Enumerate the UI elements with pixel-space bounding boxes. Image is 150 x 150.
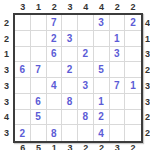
cell-r8c1[interactable]: 2 (15, 125, 31, 141)
clue-bottom-1: 6 (15, 143, 31, 150)
cell-r6c3[interactable] (47, 94, 63, 110)
cell-r4c2[interactable]: 7 (31, 62, 47, 78)
cell-r7c4[interactable] (62, 110, 78, 126)
cell-r6c8[interactable] (125, 94, 141, 110)
board: 73223162367254371681582284 (13, 13, 143, 143)
cell-r4c8[interactable] (125, 62, 141, 78)
clue-right-4: 2 (143, 62, 150, 78)
cell-r8c8[interactable] (125, 125, 141, 141)
cell-r1c5[interactable] (78, 15, 94, 31)
cell-r1c3[interactable]: 7 (47, 15, 63, 31)
skyscrapers-puzzle: 31234422 22133343 7322316236725437168158… (0, 0, 150, 150)
clue-left-2: 2 (0, 31, 13, 47)
clue-left-3: 1 (0, 47, 13, 63)
cell-r8c5[interactable] (78, 125, 94, 141)
clue-right-3: 3 (143, 47, 150, 63)
cell-r5c8[interactable]: 1 (125, 78, 141, 94)
cell-r3c4[interactable] (62, 47, 78, 63)
clue-top-2: 1 (31, 0, 47, 13)
cell-r3c7[interactable]: 3 (110, 47, 126, 63)
cell-r5c4[interactable] (62, 78, 78, 94)
cell-r8c2[interactable] (31, 125, 47, 141)
clue-left-8: 3 (0, 125, 13, 141)
cell-r6c5[interactable] (78, 94, 94, 110)
cell-r5c2[interactable] (31, 78, 47, 94)
cell-r7c6[interactable]: 2 (94, 110, 110, 126)
right-clues: 41323322 (143, 13, 150, 143)
cell-r2c7[interactable]: 1 (110, 31, 126, 47)
clue-top-7: 2 (110, 0, 126, 13)
cell-r2c8[interactable] (125, 31, 141, 47)
cell-r3c1[interactable] (15, 47, 31, 63)
clue-left-1: 2 (0, 15, 13, 31)
clue-right-5: 3 (143, 78, 150, 94)
clue-top-8: 2 (125, 0, 141, 13)
cell-r8c3[interactable]: 8 (47, 125, 63, 141)
cell-r3c5[interactable]: 2 (78, 47, 94, 63)
cell-r1c6[interactable]: 3 (94, 15, 110, 31)
cell-r8c7[interactable] (110, 125, 126, 141)
clue-bottom-2: 5 (31, 143, 47, 150)
clue-right-7: 2 (143, 110, 150, 126)
cell-r3c6[interactable] (94, 47, 110, 63)
cell-r5c1[interactable] (15, 78, 31, 94)
cell-r5c3[interactable]: 4 (47, 78, 63, 94)
cell-r7c1[interactable] (15, 110, 31, 126)
cell-r8c6[interactable]: 4 (94, 125, 110, 141)
clue-bottom-8: 2 (125, 143, 141, 150)
clue-left-6: 3 (0, 94, 13, 110)
clue-right-8: 2 (143, 125, 150, 141)
left-clues: 22133343 (0, 13, 13, 143)
cell-r4c3[interactable] (47, 62, 63, 78)
clue-top-1: 3 (15, 0, 31, 13)
cell-r2c1[interactable] (15, 31, 31, 47)
cell-r4c5[interactable] (78, 62, 94, 78)
cell-r1c4[interactable] (62, 15, 78, 31)
cell-r1c1[interactable] (15, 15, 31, 31)
cell-r3c2[interactable] (31, 47, 47, 63)
cell-r6c1[interactable] (15, 94, 31, 110)
cell-r6c4[interactable]: 8 (62, 94, 78, 110)
clue-right-2: 1 (143, 31, 150, 47)
clue-right-6: 3 (143, 94, 150, 110)
cell-r4c7[interactable] (110, 62, 126, 78)
cell-r7c3[interactable] (47, 110, 63, 126)
cell-r8c4[interactable] (62, 125, 78, 141)
clue-bottom-3: 1 (47, 143, 63, 150)
cell-r2c5[interactable] (78, 31, 94, 47)
cell-r3c8[interactable] (125, 47, 141, 63)
cell-r2c3[interactable]: 2 (47, 31, 63, 47)
cell-r1c7[interactable] (110, 15, 126, 31)
clue-top-6: 4 (94, 0, 110, 13)
cell-r7c5[interactable]: 8 (78, 110, 94, 126)
clue-left-7: 4 (0, 110, 13, 126)
cell-r5c5[interactable]: 3 (78, 78, 94, 94)
clue-bottom-4: 3 (62, 143, 78, 150)
cell-r4c6[interactable]: 5 (94, 62, 110, 78)
clue-bottom-5: 2 (78, 143, 94, 150)
cell-r5c7[interactable]: 7 (110, 78, 126, 94)
clue-top-5: 4 (78, 0, 94, 13)
cell-r6c2[interactable]: 6 (31, 94, 47, 110)
clue-left-4: 3 (0, 62, 13, 78)
clue-bottom-7: 3 (110, 143, 126, 150)
cell-r2c4[interactable]: 3 (62, 31, 78, 47)
cell-r6c6[interactable]: 1 (94, 94, 110, 110)
cell-r3c3[interactable]: 6 (47, 47, 63, 63)
cell-r7c2[interactable]: 5 (31, 110, 47, 126)
clue-right-1: 4 (143, 15, 150, 31)
cell-r7c7[interactable] (110, 110, 126, 126)
clue-bottom-6: 2 (94, 143, 110, 150)
cell-r4c1[interactable]: 6 (15, 62, 31, 78)
cell-r1c2[interactable] (31, 15, 47, 31)
bottom-clues: 65132232 (13, 143, 143, 150)
cell-r6c7[interactable] (110, 94, 126, 110)
cell-r4c4[interactable]: 2 (62, 62, 78, 78)
top-clues: 31234422 (13, 0, 143, 13)
cell-r1c8[interactable]: 2 (125, 15, 141, 31)
cell-r2c6[interactable] (94, 31, 110, 47)
cell-r5c6[interactable] (94, 78, 110, 94)
cell-r2c2[interactable] (31, 31, 47, 47)
clue-top-4: 3 (62, 0, 78, 13)
cell-r7c8[interactable] (125, 110, 141, 126)
clue-left-5: 3 (0, 78, 13, 94)
clue-top-3: 2 (47, 0, 63, 13)
